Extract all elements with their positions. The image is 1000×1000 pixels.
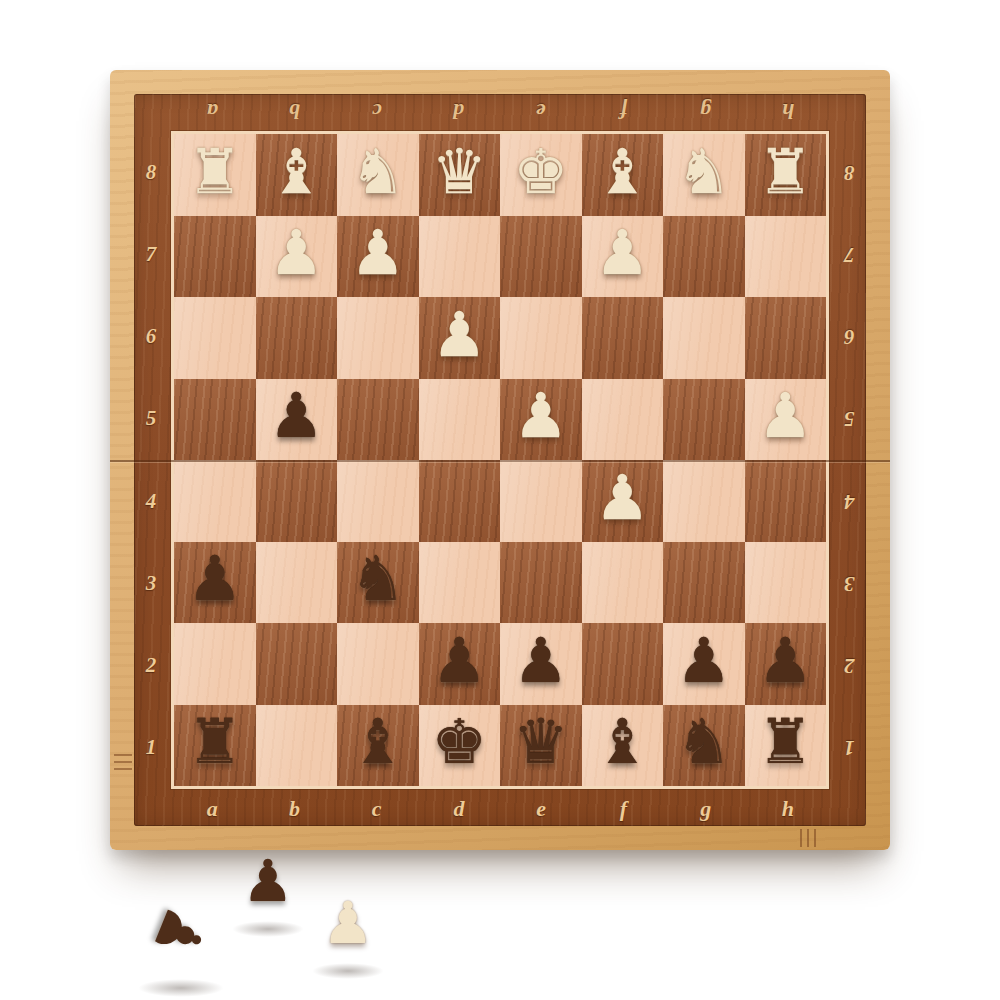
frame-corner-grooves-left [114,754,132,770]
square-d2[interactable]: ♟ [419,623,501,705]
file-label-bottom-d: d [418,792,500,826]
piece-white-pawn[interactable]: ♟ [594,467,650,529]
piece-white-bishop[interactable]: ♝ [268,141,324,203]
rank-label-right-5: 5 [832,378,866,460]
rank-label-left-5: 5 [134,378,168,460]
square-c7[interactable]: ♟ [337,216,419,298]
file-label-bottom-e: e [500,792,582,826]
captured-pieces-area: ♟♟♟ [140,852,480,997]
square-b3[interactable] [256,542,338,624]
piece-black-rook[interactable]: ♜ [187,711,243,773]
board-fold-seam [110,460,890,462]
square-b6[interactable] [256,297,338,379]
square-c8[interactable]: ♞ [337,134,419,216]
piece-black-pawn[interactable]: ♟ [513,630,569,692]
rank-label-left-4: 4 [134,460,168,542]
piece-white-bishop[interactable]: ♝ [594,141,650,203]
square-a3[interactable]: ♟ [174,542,256,624]
piece-white-queen[interactable]: ♛ [431,141,487,203]
piece-black-knight[interactable]: ♞ [350,548,406,610]
square-e7[interactable] [500,216,582,298]
rank-label-left-6: 6 [134,296,168,378]
file-label-top-a: a [171,94,253,128]
rank-label-right-4: 4 [832,460,866,542]
square-e4[interactable] [500,460,582,542]
square-h1[interactable]: ♜ [745,705,827,787]
piece-white-rook[interactable]: ♜ [187,141,243,203]
piece-black-bishop[interactable]: ♝ [350,711,406,773]
piece-black-king[interactable]: ♚ [431,711,487,773]
file-label-bottom-f: f [582,792,664,826]
square-g8[interactable]: ♞ [663,134,745,216]
square-e3[interactable] [500,542,582,624]
square-e2[interactable]: ♟ [500,623,582,705]
file-label-bottom-c: c [336,792,418,826]
piece-shadow [232,921,304,937]
rank-label-right-8: 8 [832,131,866,213]
square-f5[interactable] [582,379,664,461]
rank-label-left-2: 2 [134,625,168,707]
file-labels-top: abcdefgh [171,94,829,128]
piece-shadow [312,963,384,979]
square-h7[interactable] [745,216,827,298]
square-d6[interactable]: ♟ [419,297,501,379]
file-label-top-f: f [582,94,664,128]
square-f1[interactable]: ♝ [582,705,664,787]
piece-white-pawn[interactable]: ♟ [431,304,487,366]
rank-label-right-6: 6 [832,296,866,378]
file-label-top-c: c [336,94,418,128]
piece-white-rook[interactable]: ♜ [757,141,813,203]
square-a7[interactable] [174,216,256,298]
square-a2[interactable] [174,623,256,705]
square-d1[interactable]: ♚ [419,705,501,787]
dark-pawn-glyph: ♟ [242,852,294,910]
piece-white-pawn[interactable]: ♟ [757,385,813,447]
file-labels-bottom: abcdefgh [171,792,829,826]
square-e6[interactable] [500,297,582,379]
square-b7[interactable]: ♟ [256,216,338,298]
piece-black-knight[interactable]: ♞ [676,711,732,773]
square-a1[interactable]: ♜ [174,705,256,787]
square-c2[interactable] [337,623,419,705]
square-d4[interactable] [419,460,501,542]
square-a8[interactable]: ♜ [174,134,256,216]
file-label-bottom-h: h [747,792,829,826]
square-g1[interactable]: ♞ [663,705,745,787]
square-c3[interactable]: ♞ [337,542,419,624]
piece-black-rook[interactable]: ♜ [757,711,813,773]
square-c5[interactable] [337,379,419,461]
square-e5[interactable]: ♟ [500,379,582,461]
square-a5[interactable] [174,379,256,461]
file-label-top-g: g [665,94,747,128]
square-g6[interactable] [663,297,745,379]
square-a4[interactable] [174,460,256,542]
piece-black-pawn[interactable]: ♟ [676,630,732,692]
square-h8[interactable]: ♜ [745,134,827,216]
piece-white-knight[interactable]: ♞ [676,141,732,203]
square-f3[interactable] [582,542,664,624]
square-h6[interactable] [745,297,827,379]
file-label-bottom-b: b [253,792,335,826]
file-label-top-h: h [747,94,829,128]
square-c6[interactable] [337,297,419,379]
square-b4[interactable] [256,460,338,542]
piece-white-knight[interactable]: ♞ [350,141,406,203]
square-g7[interactable] [663,216,745,298]
rank-label-left-8: 8 [134,131,168,213]
piece-black-pawn[interactable]: ♟ [431,630,487,692]
chess-board: abcdefgh 87654321 87654321 abcdefgh ♜♝♞♛… [110,70,890,850]
file-label-bottom-a: a [171,792,253,826]
piece-white-pawn[interactable]: ♟ [350,222,406,284]
rank-label-left-1: 1 [134,707,168,789]
piece-white-pawn[interactable]: ♟ [513,385,569,447]
square-b8[interactable]: ♝ [256,134,338,216]
square-g2[interactable]: ♟ [663,623,745,705]
square-h4[interactable] [745,460,827,542]
rank-label-right-3: 3 [832,542,866,624]
square-h5[interactable]: ♟ [745,379,827,461]
square-f4[interactable]: ♟ [582,460,664,542]
square-f8[interactable]: ♝ [582,134,664,216]
piece-black-pawn[interactable]: ♟ [757,630,813,692]
piece-white-king[interactable]: ♚ [513,141,569,203]
frame-corner-grooves-right [800,829,816,847]
square-g3[interactable] [663,542,745,624]
square-h3[interactable] [745,542,827,624]
piece-black-pawn[interactable]: ♟ [187,548,243,610]
light-pawn-glyph: ♟ [322,894,374,952]
square-e1[interactable]: ♛ [500,705,582,787]
captured-dark-pawn-standing[interactable]: ♟ [228,852,318,947]
file-label-top-d: d [418,94,500,128]
square-d5[interactable] [419,379,501,461]
square-b5[interactable]: ♟ [256,379,338,461]
square-e8[interactable]: ♚ [500,134,582,216]
captured-light-pawn-standing[interactable]: ♟ [308,894,398,989]
square-f7[interactable]: ♟ [582,216,664,298]
square-b1[interactable] [256,705,338,787]
square-a6[interactable] [174,297,256,379]
piece-black-bishop[interactable]: ♝ [594,711,650,773]
file-label-top-e: e [500,94,582,128]
square-d3[interactable] [419,542,501,624]
piece-black-queen[interactable]: ♛ [513,711,569,773]
square-c1[interactable]: ♝ [337,705,419,787]
piece-shadow [138,979,224,997]
rank-label-left-3: 3 [134,542,168,624]
rank-label-right-7: 7 [832,213,866,295]
square-f6[interactable] [582,297,664,379]
piece-black-pawn[interactable]: ♟ [268,385,324,447]
piece-white-pawn[interactable]: ♟ [268,222,324,284]
rank-label-right-1: 1 [832,707,866,789]
dark-pawn-glyph: ♟ [143,898,216,968]
captured-dark-pawn-lying[interactable]: ♟ [140,904,230,999]
square-c4[interactable] [337,460,419,542]
file-label-top-b: b [253,94,335,128]
square-d7[interactable] [419,216,501,298]
square-g5[interactable] [663,379,745,461]
square-h2[interactable]: ♟ [745,623,827,705]
rank-label-right-2: 2 [832,625,866,707]
piece-white-pawn[interactable]: ♟ [594,222,650,284]
rank-label-left-7: 7 [134,213,168,295]
file-label-bottom-g: g [665,792,747,826]
square-d8[interactable]: ♛ [419,134,501,216]
square-b2[interactable] [256,623,338,705]
square-g4[interactable] [663,460,745,542]
square-f2[interactable] [582,623,664,705]
